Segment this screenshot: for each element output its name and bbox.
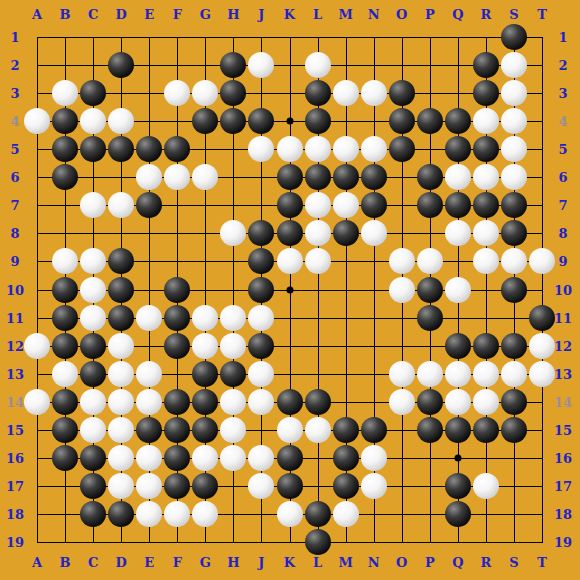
col-label-top-N: N <box>368 7 380 22</box>
white-stone-N8[interactable] <box>361 220 387 246</box>
row-label-left-18: 18 <box>6 506 24 521</box>
row-label-left-15: 15 <box>6 422 24 437</box>
black-stone-F16[interactable] <box>164 445 190 471</box>
white-stone-D7[interactable] <box>108 192 134 218</box>
row-label-left-9: 9 <box>10 254 19 269</box>
black-stone-L3[interactable] <box>305 80 331 106</box>
white-stone-M18[interactable] <box>333 501 359 527</box>
col-label-bottom-O: O <box>396 555 407 570</box>
black-stone-Q18[interactable] <box>445 501 471 527</box>
row-label-right-13: 13 <box>554 366 572 381</box>
white-stone-S3[interactable] <box>501 80 527 106</box>
black-stone-M8[interactable] <box>333 220 359 246</box>
col-label-top-K: K <box>284 7 295 22</box>
black-stone-B12[interactable] <box>52 333 78 359</box>
white-stone-O13[interactable] <box>389 361 415 387</box>
white-stone-K18[interactable] <box>277 501 303 527</box>
row-label-right-1: 1 <box>558 30 567 45</box>
white-stone-S2[interactable] <box>501 52 527 78</box>
black-stone-G14[interactable] <box>192 389 218 415</box>
white-stone-D13[interactable] <box>108 361 134 387</box>
black-stone-J4[interactable] <box>248 108 274 134</box>
black-stone-P10[interactable] <box>417 277 443 303</box>
black-stone-B11[interactable] <box>52 305 78 331</box>
white-stone-E14[interactable] <box>136 389 162 415</box>
col-label-top-D: D <box>116 7 127 22</box>
row-label-left-12: 12 <box>6 338 24 353</box>
white-stone-Q10[interactable] <box>445 277 471 303</box>
white-stone-Q13[interactable] <box>445 361 471 387</box>
black-stone-K16[interactable] <box>277 445 303 471</box>
col-label-top-P: P <box>425 7 435 22</box>
row-label-right-9: 9 <box>558 254 567 269</box>
white-stone-C7[interactable] <box>80 192 106 218</box>
col-label-bottom-Q: Q <box>452 555 463 570</box>
black-stone-C17[interactable] <box>80 473 106 499</box>
star-point-Q16 <box>454 454 461 461</box>
black-stone-H4[interactable] <box>220 108 246 134</box>
white-stone-T12[interactable] <box>529 333 555 359</box>
black-stone-M6[interactable] <box>333 164 359 190</box>
col-label-bottom-J: J <box>258 555 264 570</box>
black-stone-B4[interactable] <box>52 108 78 134</box>
white-stone-O9[interactable] <box>389 248 415 274</box>
col-label-top-O: O <box>396 7 407 22</box>
white-stone-S4[interactable] <box>501 108 527 134</box>
col-label-bottom-B: B <box>60 555 71 570</box>
white-stone-D14[interactable] <box>108 389 134 415</box>
white-stone-E18[interactable] <box>136 501 162 527</box>
black-stone-H2[interactable] <box>220 52 246 78</box>
white-stone-G6[interactable] <box>192 164 218 190</box>
col-label-top-C: C <box>88 7 98 22</box>
white-stone-L8[interactable] <box>305 220 331 246</box>
black-stone-R3[interactable] <box>473 80 499 106</box>
black-stone-D11[interactable] <box>108 305 134 331</box>
col-label-bottom-E: E <box>144 555 154 570</box>
black-stone-N15[interactable] <box>361 417 387 443</box>
black-stone-D5[interactable] <box>108 136 134 162</box>
white-stone-E6[interactable] <box>136 164 162 190</box>
col-label-top-J: J <box>258 7 264 22</box>
col-label-bottom-H: H <box>227 555 239 570</box>
row-label-right-5: 5 <box>558 142 567 157</box>
black-stone-P4[interactable] <box>417 108 443 134</box>
black-stone-G15[interactable] <box>192 417 218 443</box>
grid-line-vertical <box>542 37 543 543</box>
white-stone-J13[interactable] <box>248 361 274 387</box>
black-stone-S8[interactable] <box>501 220 527 246</box>
col-label-top-T: T <box>537 7 547 22</box>
col-label-top-F: F <box>173 7 182 22</box>
col-label-bottom-A: A <box>32 555 42 570</box>
black-stone-K17[interactable] <box>277 473 303 499</box>
col-label-bottom-R: R <box>480 555 491 570</box>
row-label-right-18: 18 <box>554 506 572 521</box>
white-stone-H11[interactable] <box>220 305 246 331</box>
white-stone-B9[interactable] <box>52 248 78 274</box>
white-stone-E13[interactable] <box>136 361 162 387</box>
col-label-bottom-L: L <box>313 555 322 570</box>
white-stone-R9[interactable] <box>473 248 499 274</box>
black-stone-L4[interactable] <box>305 108 331 134</box>
white-stone-A4[interactable] <box>24 108 50 134</box>
col-label-top-R: R <box>480 7 491 22</box>
black-stone-P15[interactable] <box>417 417 443 443</box>
black-stone-J9[interactable] <box>248 248 274 274</box>
white-stone-M5[interactable] <box>333 136 359 162</box>
black-stone-K14[interactable] <box>277 389 303 415</box>
black-stone-O5[interactable] <box>389 136 415 162</box>
white-stone-H15[interactable] <box>220 417 246 443</box>
white-stone-R4[interactable] <box>473 108 499 134</box>
black-stone-L19[interactable] <box>305 529 331 555</box>
white-stone-N16[interactable] <box>361 445 387 471</box>
black-stone-C5[interactable] <box>80 136 106 162</box>
black-stone-L6[interactable] <box>305 164 331 190</box>
white-stone-F18[interactable] <box>164 501 190 527</box>
white-stone-J11[interactable] <box>248 305 274 331</box>
black-stone-H3[interactable] <box>220 80 246 106</box>
row-label-left-8: 8 <box>10 226 19 241</box>
white-stone-R14[interactable] <box>473 389 499 415</box>
white-stone-P9[interactable] <box>417 248 443 274</box>
white-stone-E16[interactable] <box>136 445 162 471</box>
col-label-top-L: L <box>313 7 322 22</box>
black-stone-J12[interactable] <box>248 333 274 359</box>
black-stone-N6[interactable] <box>361 164 387 190</box>
black-stone-C18[interactable] <box>80 501 106 527</box>
black-stone-R2[interactable] <box>473 52 499 78</box>
white-stone-D17[interactable] <box>108 473 134 499</box>
white-stone-M7[interactable] <box>333 192 359 218</box>
star-point-K4 <box>286 118 293 125</box>
black-stone-G4[interactable] <box>192 108 218 134</box>
row-label-left-11: 11 <box>6 310 24 325</box>
row-label-right-14: 14 <box>554 394 572 409</box>
white-stone-O10[interactable] <box>389 277 415 303</box>
black-stone-C16[interactable] <box>80 445 106 471</box>
black-stone-K8[interactable] <box>277 220 303 246</box>
white-stone-K15[interactable] <box>277 417 303 443</box>
black-stone-Q12[interactable] <box>445 333 471 359</box>
row-label-left-10: 10 <box>6 282 24 297</box>
white-stone-C4[interactable] <box>80 108 106 134</box>
row-label-left-14: 14 <box>6 394 24 409</box>
black-stone-S10[interactable] <box>501 277 527 303</box>
white-stone-S9[interactable] <box>501 248 527 274</box>
black-stone-B10[interactable] <box>52 277 78 303</box>
white-stone-J2[interactable] <box>248 52 274 78</box>
white-stone-S5[interactable] <box>501 136 527 162</box>
white-stone-O14[interactable] <box>389 389 415 415</box>
black-stone-F5[interactable] <box>164 136 190 162</box>
white-stone-R8[interactable] <box>473 220 499 246</box>
white-stone-S6[interactable] <box>501 164 527 190</box>
col-label-bottom-F: F <box>173 555 182 570</box>
black-stone-M17[interactable] <box>333 473 359 499</box>
row-label-right-10: 10 <box>554 282 572 297</box>
black-stone-O3[interactable] <box>389 80 415 106</box>
black-stone-P7[interactable] <box>417 192 443 218</box>
white-stone-Q14[interactable] <box>445 389 471 415</box>
white-stone-C15[interactable] <box>80 417 106 443</box>
black-stone-D2[interactable] <box>108 52 134 78</box>
row-label-left-7: 7 <box>10 198 19 213</box>
row-label-right-17: 17 <box>554 478 572 493</box>
black-stone-Q4[interactable] <box>445 108 471 134</box>
black-stone-S14[interactable] <box>501 389 527 415</box>
black-stone-M16[interactable] <box>333 445 359 471</box>
black-stone-L14[interactable] <box>305 389 331 415</box>
row-label-left-3: 3 <box>10 86 19 101</box>
black-stone-H13[interactable] <box>220 361 246 387</box>
col-label-top-B: B <box>60 7 71 22</box>
black-stone-K6[interactable] <box>277 164 303 190</box>
white-stone-H16[interactable] <box>220 445 246 471</box>
white-stone-R6[interactable] <box>473 164 499 190</box>
white-stone-K5[interactable] <box>277 136 303 162</box>
white-stone-G18[interactable] <box>192 501 218 527</box>
white-stone-L2[interactable] <box>305 52 331 78</box>
black-stone-P14[interactable] <box>417 389 443 415</box>
white-stone-G11[interactable] <box>192 305 218 331</box>
black-stone-O4[interactable] <box>389 108 415 134</box>
row-label-left-13: 13 <box>6 366 24 381</box>
white-stone-L7[interactable] <box>305 192 331 218</box>
white-stone-A12[interactable] <box>24 333 50 359</box>
col-label-bottom-G: G <box>200 555 211 570</box>
row-label-right-3: 3 <box>558 86 567 101</box>
black-stone-D9[interactable] <box>108 248 134 274</box>
white-stone-L15[interactable] <box>305 417 331 443</box>
black-stone-S15[interactable] <box>501 417 527 443</box>
black-stone-P11[interactable] <box>417 305 443 331</box>
row-label-right-2: 2 <box>558 58 567 73</box>
white-stone-N3[interactable] <box>361 80 387 106</box>
col-label-bottom-N: N <box>368 555 380 570</box>
col-label-top-A: A <box>32 7 42 22</box>
col-label-top-G: G <box>200 7 211 22</box>
white-stone-M3[interactable] <box>333 80 359 106</box>
black-stone-B6[interactable] <box>52 164 78 190</box>
white-stone-H8[interactable] <box>220 220 246 246</box>
black-stone-S7[interactable] <box>501 192 527 218</box>
row-label-right-12: 12 <box>554 338 572 353</box>
black-stone-F11[interactable] <box>164 305 190 331</box>
col-label-bottom-M: M <box>338 555 352 570</box>
white-stone-D12[interactable] <box>108 333 134 359</box>
white-stone-S13[interactable] <box>501 361 527 387</box>
white-stone-J17[interactable] <box>248 473 274 499</box>
white-stone-T13[interactable] <box>529 361 555 387</box>
black-stone-C13[interactable] <box>80 361 106 387</box>
row-label-left-16: 16 <box>6 450 24 465</box>
black-stone-M15[interactable] <box>333 417 359 443</box>
white-stone-G12[interactable] <box>192 333 218 359</box>
white-stone-Q6[interactable] <box>445 164 471 190</box>
black-stone-D10[interactable] <box>108 277 134 303</box>
white-stone-T9[interactable] <box>529 248 555 274</box>
black-stone-N7[interactable] <box>361 192 387 218</box>
white-stone-C11[interactable] <box>80 305 106 331</box>
white-stone-G3[interactable] <box>192 80 218 106</box>
black-stone-R12[interactable] <box>473 333 499 359</box>
row-label-left-4: 4 <box>10 114 19 129</box>
white-stone-R13[interactable] <box>473 361 499 387</box>
white-stone-E17[interactable] <box>136 473 162 499</box>
black-stone-C3[interactable] <box>80 80 106 106</box>
row-label-right-16: 16 <box>554 450 572 465</box>
row-label-right-15: 15 <box>554 422 572 437</box>
white-stone-J5[interactable] <box>248 136 274 162</box>
black-stone-B16[interactable] <box>52 445 78 471</box>
black-stone-F17[interactable] <box>164 473 190 499</box>
col-label-bottom-D: D <box>116 555 127 570</box>
white-stone-L5[interactable] <box>305 136 331 162</box>
black-stone-C12[interactable] <box>80 333 106 359</box>
black-stone-F15[interactable] <box>164 417 190 443</box>
black-stone-R15[interactable] <box>473 417 499 443</box>
row-label-left-5: 5 <box>10 142 19 157</box>
black-stone-B14[interactable] <box>52 389 78 415</box>
white-stone-G16[interactable] <box>192 445 218 471</box>
go-board[interactable]: AABBCCDDEEFFGGHHJJKKLLMMNNOOPPQQRRSSTT11… <box>0 0 580 580</box>
row-label-left-1: 1 <box>10 30 19 45</box>
row-label-right-8: 8 <box>558 226 567 241</box>
white-stone-C9[interactable] <box>80 248 106 274</box>
black-stone-Q15[interactable] <box>445 417 471 443</box>
col-label-top-M: M <box>338 7 352 22</box>
white-stone-L9[interactable] <box>305 248 331 274</box>
black-stone-J10[interactable] <box>248 277 274 303</box>
white-stone-R17[interactable] <box>473 473 499 499</box>
white-stone-B13[interactable] <box>52 361 78 387</box>
black-stone-G17[interactable] <box>192 473 218 499</box>
col-label-top-Q: Q <box>452 7 463 22</box>
white-stone-B3[interactable] <box>52 80 78 106</box>
white-stone-A14[interactable] <box>24 389 50 415</box>
col-label-bottom-T: T <box>537 555 547 570</box>
row-label-left-6: 6 <box>10 170 19 185</box>
black-stone-E15[interactable] <box>136 417 162 443</box>
black-stone-R5[interactable] <box>473 136 499 162</box>
col-label-bottom-P: P <box>425 555 435 570</box>
white-stone-D16[interactable] <box>108 445 134 471</box>
grid-line-horizontal <box>37 542 543 543</box>
black-stone-B15[interactable] <box>52 417 78 443</box>
white-stone-H14[interactable] <box>220 389 246 415</box>
black-stone-B5[interactable] <box>52 136 78 162</box>
row-label-right-4: 4 <box>558 114 567 129</box>
col-label-top-E: E <box>144 7 154 22</box>
row-label-right-6: 6 <box>558 170 567 185</box>
col-label-bottom-S: S <box>509 555 518 570</box>
black-stone-K7[interactable] <box>277 192 303 218</box>
black-stone-R7[interactable] <box>473 192 499 218</box>
white-stone-F6[interactable] <box>164 164 190 190</box>
row-label-right-19: 19 <box>554 535 572 550</box>
black-stone-F10[interactable] <box>164 277 190 303</box>
black-stone-F14[interactable] <box>164 389 190 415</box>
white-stone-K9[interactable] <box>277 248 303 274</box>
row-label-left-2: 2 <box>10 58 19 73</box>
row-label-left-19: 19 <box>6 535 24 550</box>
col-label-bottom-C: C <box>88 555 98 570</box>
black-stone-S12[interactable] <box>501 333 527 359</box>
black-stone-G13[interactable] <box>192 361 218 387</box>
row-label-right-11: 11 <box>554 310 572 325</box>
col-label-bottom-K: K <box>284 555 295 570</box>
white-stone-D4[interactable] <box>108 108 134 134</box>
white-stone-J16[interactable] <box>248 445 274 471</box>
black-stone-J8[interactable] <box>248 220 274 246</box>
white-stone-D15[interactable] <box>108 417 134 443</box>
black-stone-P6[interactable] <box>417 164 443 190</box>
white-stone-E11[interactable] <box>136 305 162 331</box>
black-stone-S1[interactable] <box>501 24 527 50</box>
white-stone-N5[interactable] <box>361 136 387 162</box>
col-label-top-S: S <box>509 7 518 22</box>
black-stone-F12[interactable] <box>164 333 190 359</box>
col-label-top-H: H <box>227 7 239 22</box>
black-stone-E7[interactable] <box>136 192 162 218</box>
row-label-right-7: 7 <box>558 198 567 213</box>
white-stone-Q8[interactable] <box>445 220 471 246</box>
white-stone-H12[interactable] <box>220 333 246 359</box>
white-stone-F3[interactable] <box>164 80 190 106</box>
white-stone-C10[interactable] <box>80 277 106 303</box>
star-point-K10 <box>286 286 293 293</box>
black-stone-D18[interactable] <box>108 501 134 527</box>
black-stone-T11[interactable] <box>529 305 555 331</box>
white-stone-C14[interactable] <box>80 389 106 415</box>
white-stone-N17[interactable] <box>361 473 387 499</box>
black-stone-Q5[interactable] <box>445 136 471 162</box>
black-stone-Q17[interactable] <box>445 473 471 499</box>
white-stone-J14[interactable] <box>248 389 274 415</box>
black-stone-E5[interactable] <box>136 136 162 162</box>
black-stone-L18[interactable] <box>305 501 331 527</box>
black-stone-Q7[interactable] <box>445 192 471 218</box>
row-label-left-17: 17 <box>6 478 24 493</box>
white-stone-P13[interactable] <box>417 361 443 387</box>
